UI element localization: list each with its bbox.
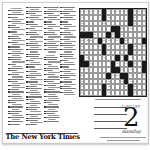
clue-text-line	[48, 47, 57, 48]
clue-text-line	[62, 32, 71, 33]
clue-text-line	[48, 109, 55, 110]
legal-line-1	[100, 137, 146, 138]
clue-text-line	[62, 24, 72, 25]
cell-number: 61	[130, 80, 132, 82]
cell-number: 25	[121, 33, 123, 35]
clue-text-line	[64, 19, 76, 20]
clue-text-line	[62, 49, 76, 50]
clue-text-line	[62, 60, 68, 61]
clue-text-line	[10, 124, 20, 125]
clue-text-line	[10, 68, 23, 69]
clue-text-line	[12, 72, 24, 73]
clue-text-line	[62, 7, 75, 8]
cell-number: 21	[121, 27, 123, 29]
cell-number: 49	[81, 68, 83, 70]
cell-number: 62	[81, 85, 83, 87]
cell-number: 59	[108, 80, 110, 82]
clue-text-line	[48, 41, 61, 42]
cell-number: 8	[116, 10, 117, 12]
clue-column-2	[28, 7, 43, 127]
clue-text-line	[64, 47, 73, 48]
cell-number: 19	[134, 22, 136, 24]
clue-text-line	[64, 26, 76, 27]
clue-text-line	[28, 118, 41, 119]
clue-text-line	[46, 79, 60, 80]
clue-text-line	[46, 68, 59, 69]
clue-text-line	[10, 64, 16, 65]
nyt-logo: The New York Times	[6, 133, 80, 141]
cell-number: 44	[130, 56, 132, 58]
clue-text-line	[12, 115, 23, 116]
clue-text-line	[28, 66, 35, 67]
clue-text-line	[64, 41, 76, 42]
clue-text-line	[12, 55, 20, 56]
cell-number: 27	[86, 39, 88, 41]
cell-number: 13	[143, 10, 145, 12]
clue-text-line	[48, 30, 60, 31]
cell-number: 14	[81, 16, 83, 18]
grid-caption-bar	[95, 99, 141, 100]
cell-number: 67	[108, 91, 110, 93]
clue-text-line	[30, 41, 43, 42]
clue-text-line	[62, 39, 70, 40]
clue-text-line	[46, 70, 53, 71]
clue-text-line	[46, 85, 56, 86]
clue-text-line	[48, 119, 56, 120]
clue-text-line	[28, 88, 42, 89]
clue-text-line	[64, 73, 75, 74]
crossword-grid: 1234567891011121314151617181920212223242…	[79, 8, 147, 97]
clue-text-line	[46, 96, 58, 97]
clue-text-line	[28, 17, 39, 18]
clue-text-line	[12, 34, 24, 35]
clue-text-line	[28, 124, 37, 125]
cell-number: 2	[86, 10, 87, 12]
cell-number: 58	[81, 80, 83, 82]
clue-text-line	[10, 100, 24, 101]
clue-text-line	[62, 45, 75, 46]
clue-text-line	[46, 64, 52, 65]
clue-text-line	[46, 111, 58, 112]
clue-text-line	[10, 31, 17, 32]
clue-text-line	[48, 83, 61, 84]
clue-text-line	[62, 21, 68, 22]
clue-text-line	[64, 58, 76, 59]
clue-text-line	[64, 36, 76, 37]
cell-number: 66	[81, 91, 83, 93]
clue-text-line	[28, 54, 40, 55]
clue-text-line	[10, 14, 24, 15]
clue-text-line	[10, 111, 22, 112]
clue-text-line	[62, 75, 76, 76]
clue-text-line	[46, 74, 55, 75]
cell-number: 46	[116, 62, 118, 64]
clue-text-line	[28, 99, 34, 100]
clue-text-line	[12, 12, 21, 13]
cell-number: 22	[130, 27, 132, 29]
clue-text-line	[62, 77, 70, 78]
clue-text-line	[28, 120, 38, 121]
cell-number: 15	[108, 16, 110, 18]
clue-text-line	[10, 38, 21, 39]
clue-text-line	[10, 36, 19, 37]
clue-text-line	[62, 13, 70, 14]
clue-text-line	[48, 9, 57, 10]
clue-text-line	[48, 36, 61, 37]
cell-number: 30	[108, 39, 110, 41]
cell-number: 50	[86, 68, 88, 70]
cell-number: 4	[94, 10, 95, 12]
clue-column-1: ACROSS	[10, 7, 25, 126]
cell-number: 5	[99, 10, 100, 12]
down-header: DOWN	[46, 54, 61, 57]
cell-number: 42	[86, 56, 88, 58]
clue-text-line	[28, 13, 36, 14]
clue-text-line	[30, 116, 38, 117]
clue-text-line	[30, 90, 38, 91]
clue-text-line	[28, 96, 42, 97]
cell-number: 57	[143, 74, 145, 76]
clue-text-line	[46, 45, 59, 46]
clue-text-line	[12, 19, 24, 20]
cell-number: 6	[108, 10, 109, 12]
clue-text-line	[28, 109, 37, 110]
cell-number: 10	[125, 10, 127, 12]
clue-text-line	[64, 69, 76, 70]
clue-text-line	[64, 51, 72, 52]
cell-number: 38	[143, 45, 145, 47]
clue-text-line	[46, 13, 54, 14]
cell-number: 29	[103, 39, 105, 41]
clue-text-line	[46, 100, 60, 101]
weekday-label: monday	[121, 128, 140, 134]
clue-text-line	[10, 106, 23, 107]
clue-text-line	[62, 17, 73, 18]
clue-text-line	[10, 121, 23, 122]
clue-text-line	[64, 30, 76, 31]
clue-text-line	[12, 44, 25, 45]
clue-text-line	[10, 57, 22, 58]
cell-number: 35	[108, 45, 110, 47]
clue-text-line	[10, 117, 24, 118]
clue-text-line	[48, 66, 58, 67]
clue-text-line	[48, 115, 59, 116]
clue-text-line	[46, 49, 60, 50]
clue-column-3: DOWN	[46, 7, 61, 124]
clue-text-line	[46, 43, 56, 44]
clue-text-line	[12, 87, 25, 88]
clue-text-line	[46, 28, 53, 29]
clue-text-line	[10, 113, 19, 114]
clue-text-line	[28, 43, 38, 44]
clue-text-line	[10, 102, 16, 103]
clue-text-line	[10, 89, 19, 90]
clue-text-line	[12, 109, 19, 110]
clue-text-line	[28, 64, 41, 65]
cell-number: 37	[134, 45, 136, 47]
clue-text-line	[48, 15, 60, 16]
across-header: ACROSS	[10, 7, 25, 10]
cell-number: 43	[103, 56, 105, 58]
clue-text-line	[28, 32, 37, 33]
clue-text-line	[30, 62, 40, 63]
clue-text-line	[10, 25, 16, 26]
cell-number: 20	[81, 27, 83, 29]
clue-text-line	[28, 77, 36, 78]
clue-text-line	[12, 83, 25, 84]
clue-text-line	[10, 79, 24, 80]
clue-column-4	[62, 7, 76, 97]
cell-number: 32	[125, 39, 127, 41]
clue-text-line	[30, 122, 43, 123]
clue-text-line	[12, 29, 25, 30]
clue-text-line	[28, 28, 35, 29]
cell-number: 48	[134, 62, 136, 64]
clue-text-line	[62, 71, 71, 72]
clue-text-line	[30, 105, 37, 106]
clue-text-line	[12, 51, 21, 52]
cell-number: 47	[125, 62, 127, 64]
clue-text-line	[12, 61, 25, 62]
cell-number: 26	[81, 39, 83, 41]
clue-text-line	[10, 46, 20, 47]
clue-text-line	[46, 81, 54, 82]
clue-text-line	[12, 104, 22, 105]
clue-text-line	[46, 113, 55, 114]
clue-text-line	[62, 43, 72, 44]
clue-text-line	[28, 103, 41, 104]
clue-text-line	[62, 92, 74, 93]
clue-text-line	[30, 101, 40, 102]
clue-text-line	[62, 81, 72, 82]
clue-text-line	[46, 117, 60, 118]
clue-text-line	[64, 79, 76, 80]
clue-text-line	[28, 71, 37, 72]
cell-number: 55	[116, 74, 118, 76]
cell-number: 18	[103, 22, 105, 24]
clue-text-line	[48, 51, 56, 52]
clue-text-line	[48, 61, 61, 62]
clue-text-line	[28, 34, 39, 35]
clue-text-line	[10, 96, 22, 97]
clue-text-line	[12, 40, 25, 41]
clue-text-line	[28, 81, 38, 82]
clue-text-line	[28, 60, 34, 61]
clue-text-line	[62, 56, 73, 57]
clue-text-line	[46, 21, 52, 22]
clue-text-line	[28, 114, 42, 115]
clue-text-line	[48, 98, 59, 99]
clue-text-line	[30, 51, 38, 52]
cell-number: 9	[121, 10, 122, 12]
clue-text-line	[10, 91, 24, 92]
clue-text-line	[12, 23, 25, 24]
clue-text-line	[30, 26, 43, 27]
cell-number: 60	[121, 80, 123, 82]
clue-text-line	[30, 73, 41, 74]
clue-text-line	[46, 106, 59, 107]
clue-text-line	[30, 94, 41, 95]
note-line	[94, 121, 127, 122]
clue-text-line	[48, 104, 58, 105]
clue-text-line	[28, 86, 37, 87]
clue-text-line	[28, 75, 42, 76]
clue-text-line	[46, 34, 57, 35]
clue-text-line	[64, 84, 76, 85]
cell-number: 31	[116, 39, 118, 41]
clue-text-line	[10, 59, 21, 60]
cell-number: 54	[112, 74, 114, 76]
clue-text-line	[46, 91, 60, 92]
clue-text-line	[12, 66, 22, 67]
cell-number: 68	[134, 91, 136, 93]
clue-text-line	[46, 17, 57, 18]
cell-number: 28	[90, 39, 92, 41]
cell-number: 63	[108, 85, 110, 87]
cell-number: 23	[94, 33, 96, 35]
cell-number: 53	[81, 74, 83, 76]
clue-text-line	[28, 7, 41, 8]
clue-text-line	[62, 54, 74, 55]
cell-number: 1	[81, 10, 82, 12]
cell-number: 7	[112, 10, 113, 12]
cell-number: 45	[90, 62, 92, 64]
clue-text-line	[64, 90, 72, 91]
clue-text-line	[10, 81, 18, 82]
cell-number: 16	[134, 16, 136, 18]
calendar-page: ACROSS DOWN 1234567891011121314151617181…	[2, 2, 149, 144]
clue-text-line	[10, 70, 17, 71]
clue-text-line	[62, 64, 75, 65]
cell-number: 3	[90, 10, 91, 12]
clue-text-line	[48, 76, 59, 77]
clue-text-line	[62, 66, 69, 67]
clue-text-line	[30, 111, 41, 112]
clue-text-line	[30, 19, 43, 20]
cell-number: 11	[134, 10, 136, 12]
clue-text-line	[46, 59, 57, 60]
clue-text-line	[62, 34, 73, 35]
clue-text-line	[62, 11, 76, 12]
clue-text-line	[10, 42, 18, 43]
clue-text-line	[28, 39, 36, 40]
legal-line-2	[107, 140, 140, 141]
clue-text-line	[46, 121, 59, 122]
clue-text-line	[12, 119, 20, 120]
clue-text-line	[10, 17, 18, 18]
clue-text-line	[12, 76, 23, 77]
cell-number: 33	[81, 45, 83, 47]
cell-number: 39	[81, 51, 83, 53]
clue-text-line	[64, 62, 74, 63]
clue-text-line	[46, 24, 56, 25]
clue-text-line	[62, 88, 76, 89]
clue-text-line	[46, 89, 55, 90]
clue-text-line	[10, 21, 21, 22]
clue-text-line	[48, 19, 61, 20]
clue-text-line	[10, 10, 23, 11]
clue-text-line	[10, 53, 24, 54]
cell-number: 34	[99, 45, 101, 47]
cell-number: 64	[125, 85, 127, 87]
clue-text-line	[48, 87, 61, 88]
note-line	[94, 114, 127, 115]
cell-number: 41	[134, 51, 136, 53]
clue-text-line	[12, 94, 20, 95]
cell-number: 36	[121, 45, 123, 47]
cell-number: 12	[138, 10, 140, 12]
clue-text-line	[30, 69, 42, 70]
clue-text-line	[48, 72, 60, 73]
clue-text-line	[28, 92, 40, 93]
clue-text-line	[46, 11, 60, 12]
clue-text-line	[30, 47, 39, 48]
clue-text-line	[30, 15, 42, 16]
clue-text-line	[10, 27, 20, 28]
clue-text-line	[30, 30, 42, 31]
clue-text-line	[28, 21, 34, 22]
clue-text-line	[30, 58, 43, 59]
clue-text-line	[46, 32, 55, 33]
clue-text-line	[30, 9, 39, 10]
clue-text-line	[30, 36, 43, 37]
cell-number: 56	[130, 74, 132, 76]
clue-text-line	[28, 56, 39, 57]
clue-text-line	[30, 84, 43, 85]
clue-text-line	[46, 57, 58, 58]
clue-text-line	[48, 26, 61, 27]
clue-text-line	[62, 28, 69, 29]
clue-text-line	[28, 45, 41, 46]
cell-number: 17	[81, 22, 83, 24]
cell-number: 51	[121, 68, 123, 70]
cell-number: 65	[134, 85, 136, 87]
clue-text-line	[46, 39, 54, 40]
clue-text-line	[30, 79, 43, 80]
cell-number: 24	[112, 33, 114, 35]
cell-number: 52	[130, 68, 132, 70]
clue-text-line	[28, 107, 40, 108]
clue-text-line	[12, 98, 23, 99]
clue-text-line	[62, 86, 71, 87]
clue-text-line	[28, 11, 42, 12]
clue-text-line	[10, 85, 20, 86]
clue-text-line	[64, 9, 73, 10]
clue-text-line	[28, 24, 38, 25]
clue-text-line	[46, 102, 52, 103]
clue-text-line	[10, 49, 23, 50]
grid-cell	[142, 90, 146, 96]
clue-text-line	[64, 94, 75, 95]
clue-text-line	[10, 74, 19, 75]
clue-text-line	[28, 49, 42, 50]
clue-text-line	[64, 15, 76, 16]
cell-number: 40	[108, 51, 110, 53]
day-number: 2	[123, 104, 140, 130]
clue-text-line	[46, 7, 59, 8]
clue-text-line	[48, 94, 56, 95]
